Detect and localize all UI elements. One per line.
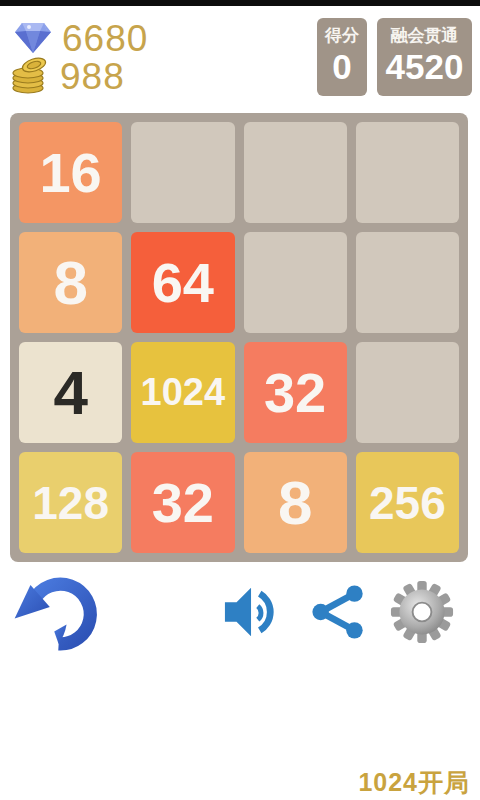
gear-icon: [390, 635, 454, 650]
coin-count: 988: [60, 58, 125, 96]
empty-cell: [356, 342, 459, 443]
speaker-icon: [223, 632, 281, 647]
coin-currency[interactable]: 988: [11, 57, 125, 97]
empty-cell: [356, 232, 459, 333]
tile-16: 16: [19, 122, 122, 223]
tile-32: 32: [244, 342, 347, 443]
score-value: 0: [332, 46, 351, 88]
tile-256: 256: [356, 452, 459, 553]
board[interactable]: 168644102432128328256: [10, 113, 468, 562]
status-bar: [0, 0, 480, 6]
empty-cell: [356, 122, 459, 223]
undo-button[interactable]: [12, 570, 100, 658]
tile-4: 4: [19, 342, 122, 443]
score-label: 得分: [325, 26, 359, 46]
diamond-currency[interactable]: 6680: [13, 20, 148, 58]
best-box: 融会贯通 4520: [377, 18, 472, 96]
settings-button[interactable]: [390, 577, 454, 647]
game-screen: 6680 988 得分 0 融会贯通 4520: [0, 0, 480, 800]
best-value: 4520: [386, 46, 464, 88]
tile-8: 8: [244, 452, 347, 553]
sound-button[interactable]: [223, 580, 281, 644]
tile-64: 64: [131, 232, 234, 333]
tile-8: 8: [19, 232, 122, 333]
mode-label: 1024开局: [358, 766, 470, 799]
undo-arrow-icon: [12, 646, 100, 661]
score-box: 得分 0: [317, 18, 367, 96]
tile-128: 128: [19, 452, 122, 553]
empty-cell: [244, 122, 347, 223]
share-icon: [310, 628, 368, 643]
best-label: 融会贯通: [391, 26, 459, 46]
empty-cell: [131, 122, 234, 223]
diamond-count: 6680: [62, 20, 148, 58]
diamond-icon: [13, 20, 53, 58]
score-boxes: 得分 0 融会贯通 4520: [317, 18, 472, 96]
tile-32: 32: [131, 452, 234, 553]
tile-1024: 1024: [131, 342, 234, 443]
share-button[interactable]: [310, 584, 368, 640]
empty-cell: [244, 232, 347, 333]
coins-icon: [11, 56, 51, 98]
